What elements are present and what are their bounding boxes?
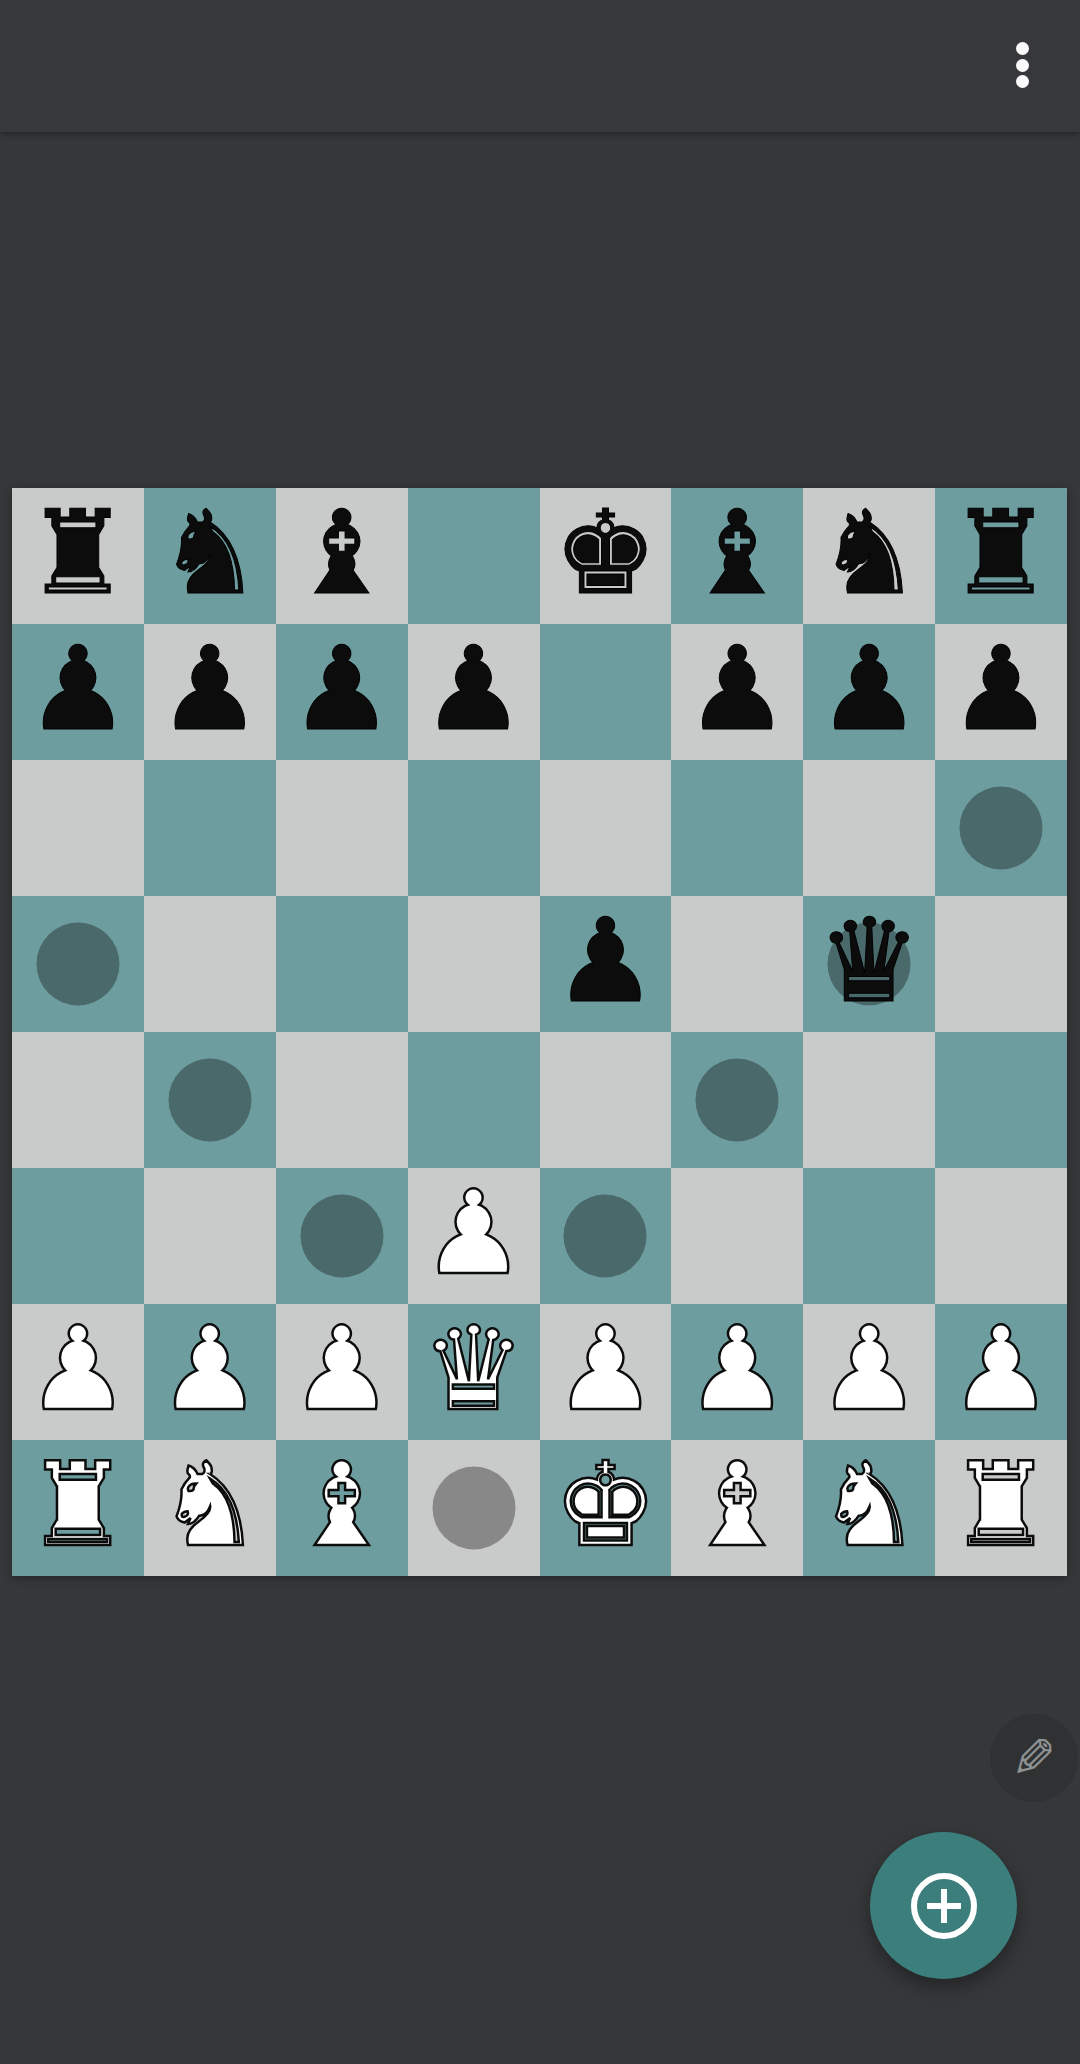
square-b4[interactable] [144, 1032, 276, 1168]
square-d6[interactable] [408, 760, 540, 896]
square-g3[interactable] [803, 1168, 935, 1304]
piece-black-rook: ♜ [949, 495, 1053, 617]
add-button[interactable] [870, 1832, 1017, 1979]
square-g7[interactable]: ♟ [803, 624, 935, 760]
square-f1[interactable]: ♝ [671, 1440, 803, 1576]
square-c3[interactable] [276, 1168, 408, 1304]
piece-white-pawn: ♟ [685, 1311, 789, 1433]
square-f3[interactable] [671, 1168, 803, 1304]
square-a6[interactable] [12, 760, 144, 896]
square-h7[interactable]: ♟ [935, 624, 1067, 760]
square-h4[interactable] [935, 1032, 1067, 1168]
square-c4[interactable] [276, 1032, 408, 1168]
piece-white-bishop: ♝ [290, 1447, 394, 1569]
square-e1[interactable]: ♚ [540, 1440, 672, 1576]
move-hint-dot [36, 923, 119, 1006]
square-h6[interactable] [935, 760, 1067, 896]
piece-black-queen: ♛ [817, 903, 921, 1025]
chess-board[interactable]: ♜♞♝♚♝♞♜♟♟♟♟♟♟♟♟♛♟♟♟♟♛♟♟♟♟♜♞♝♚♝♞♜ [12, 488, 1067, 1576]
square-a4[interactable] [12, 1032, 144, 1168]
square-a1[interactable]: ♜ [12, 1440, 144, 1576]
piece-white-king: ♚ [553, 1447, 657, 1569]
square-d4[interactable] [408, 1032, 540, 1168]
square-a8[interactable]: ♜ [12, 488, 144, 624]
piece-white-pawn: ♟ [949, 1311, 1053, 1433]
square-b7[interactable]: ♟ [144, 624, 276, 760]
pencil-icon: ✎ [1011, 1731, 1056, 1785]
square-g8[interactable]: ♞ [803, 488, 935, 624]
piece-black-pawn: ♟ [553, 903, 657, 1025]
square-g1[interactable]: ♞ [803, 1440, 935, 1576]
piece-black-bishop: ♝ [685, 495, 789, 617]
move-hint-dot [564, 1195, 647, 1278]
square-a2[interactable]: ♟ [12, 1304, 144, 1440]
square-d5[interactable] [408, 896, 540, 1032]
square-f6[interactable] [671, 760, 803, 896]
square-h5[interactable] [935, 896, 1067, 1032]
square-f5[interactable] [671, 896, 803, 1032]
piece-black-bishop: ♝ [290, 495, 394, 617]
edit-position-button[interactable]: ✎ [990, 1714, 1078, 1802]
square-b2[interactable]: ♟ [144, 1304, 276, 1440]
square-g2[interactable]: ♟ [803, 1304, 935, 1440]
square-h8[interactable]: ♜ [935, 488, 1067, 624]
piece-white-pawn: ♟ [26, 1311, 130, 1433]
piece-black-pawn: ♟ [422, 631, 526, 753]
square-c7[interactable]: ♟ [276, 624, 408, 760]
piece-black-pawn: ♟ [817, 631, 921, 753]
square-c2[interactable]: ♟ [276, 1304, 408, 1440]
square-b6[interactable] [144, 760, 276, 896]
square-h2[interactable]: ♟ [935, 1304, 1067, 1440]
square-c8[interactable]: ♝ [276, 488, 408, 624]
square-c6[interactable] [276, 760, 408, 896]
square-e5[interactable]: ♟ [540, 896, 672, 1032]
square-e4[interactable] [540, 1032, 672, 1168]
piece-black-knight: ♞ [817, 495, 921, 617]
square-f8[interactable]: ♝ [671, 488, 803, 624]
square-f7[interactable]: ♟ [671, 624, 803, 760]
move-hint-dot [300, 1195, 383, 1278]
square-f4[interactable] [671, 1032, 803, 1168]
square-d7[interactable]: ♟ [408, 624, 540, 760]
square-d8[interactable] [408, 488, 540, 624]
square-b8[interactable]: ♞ [144, 488, 276, 624]
square-e8[interactable]: ♚ [540, 488, 672, 624]
overflow-menu-button[interactable] [1008, 42, 1036, 88]
app-bar [0, 0, 1080, 132]
piece-black-pawn: ♟ [949, 631, 1053, 753]
piece-white-pawn: ♟ [817, 1311, 921, 1433]
plus-circle-icon [911, 1873, 977, 1939]
piece-black-rook: ♜ [26, 495, 130, 617]
square-b3[interactable] [144, 1168, 276, 1304]
plus-icon-bar [941, 1889, 947, 1923]
move-hint-dot [696, 1059, 779, 1142]
square-f2[interactable]: ♟ [671, 1304, 803, 1440]
kebab-dot-icon [1016, 59, 1029, 72]
square-e6[interactable] [540, 760, 672, 896]
square-h1[interactable]: ♜ [935, 1440, 1067, 1576]
app-screen: ♜♞♝♚♝♞♜♟♟♟♟♟♟♟♟♛♟♟♟♟♛♟♟♟♟♜♞♝♚♝♞♜ ✎ [0, 0, 1080, 2064]
piece-white-pawn: ♟ [290, 1311, 394, 1433]
piece-white-queen: ♛ [422, 1311, 526, 1433]
piece-black-pawn: ♟ [290, 631, 394, 753]
piece-white-knight: ♞ [158, 1447, 262, 1569]
move-hint-dot [432, 1467, 515, 1550]
piece-white-pawn: ♟ [422, 1175, 526, 1297]
move-hint-dot [168, 1059, 251, 1142]
square-a3[interactable] [12, 1168, 144, 1304]
piece-white-bishop: ♝ [685, 1447, 789, 1569]
move-hint-dot [960, 787, 1043, 870]
square-h3[interactable] [935, 1168, 1067, 1304]
piece-white-rook: ♜ [26, 1447, 130, 1569]
square-d3[interactable]: ♟ [408, 1168, 540, 1304]
square-g6[interactable] [803, 760, 935, 896]
kebab-dot-icon [1016, 75, 1029, 88]
kebab-dot-icon [1016, 42, 1029, 55]
piece-white-knight: ♞ [817, 1447, 921, 1569]
piece-white-rook: ♜ [949, 1447, 1053, 1569]
square-c1[interactable]: ♝ [276, 1440, 408, 1576]
square-d1[interactable] [408, 1440, 540, 1576]
piece-white-pawn: ♟ [158, 1311, 262, 1433]
square-g4[interactable] [803, 1032, 935, 1168]
square-a7[interactable]: ♟ [12, 624, 144, 760]
piece-black-pawn: ♟ [26, 631, 130, 753]
piece-black-knight: ♞ [158, 495, 262, 617]
square-b5[interactable] [144, 896, 276, 1032]
square-b1[interactable]: ♞ [144, 1440, 276, 1576]
piece-black-pawn: ♟ [158, 631, 262, 753]
piece-black-king: ♚ [553, 495, 657, 617]
square-e3[interactable] [540, 1168, 672, 1304]
square-g5[interactable]: ♛ [803, 896, 935, 1032]
square-a5[interactable] [12, 896, 144, 1032]
piece-white-pawn: ♟ [553, 1311, 657, 1433]
square-d2[interactable]: ♛ [408, 1304, 540, 1440]
square-e2[interactable]: ♟ [540, 1304, 672, 1440]
square-e7[interactable] [540, 624, 672, 760]
square-c5[interactable] [276, 896, 408, 1032]
piece-black-pawn: ♟ [685, 631, 789, 753]
